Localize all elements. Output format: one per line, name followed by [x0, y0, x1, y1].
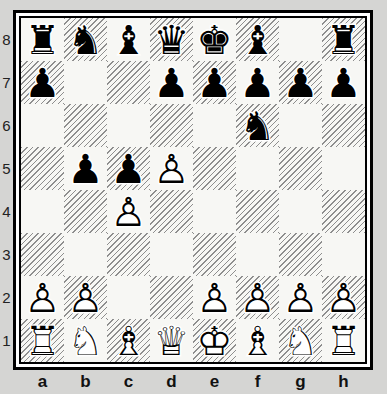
white-pawn: ♙ — [107, 190, 150, 233]
square-d3[interactable] — [150, 233, 193, 276]
white-rook-halo: ♜ — [21, 319, 64, 362]
square-c3[interactable] — [107, 233, 150, 276]
square-g5[interactable] — [279, 147, 322, 190]
square-g7[interactable]: ♟♟ — [279, 61, 322, 104]
square-c5[interactable]: ♟♟ — [107, 147, 150, 190]
square-g2[interactable]: ♟♙ — [279, 276, 322, 319]
white-knight-halo: ♞ — [64, 319, 107, 362]
rank-label-1: 1 — [0, 319, 13, 362]
white-pawn-halo: ♟ — [322, 276, 365, 319]
square-h4[interactable] — [322, 190, 365, 233]
square-c7[interactable] — [107, 61, 150, 104]
square-g4[interactable] — [279, 190, 322, 233]
rank-label-2: 2 — [0, 276, 13, 319]
white-pawn-halo: ♟ — [279, 276, 322, 319]
square-b3[interactable] — [64, 233, 107, 276]
file-label-b: b — [64, 372, 107, 392]
square-d2[interactable] — [150, 276, 193, 319]
square-d8[interactable]: ♛♛ — [150, 18, 193, 61]
square-e2[interactable]: ♟♙ — [193, 276, 236, 319]
square-f7[interactable]: ♟♟ — [236, 61, 279, 104]
square-h8[interactable]: ♜♜ — [322, 18, 365, 61]
black-pawn-halo: ♟ — [21, 61, 64, 104]
rank-label-5: 5 — [0, 147, 13, 190]
white-rook-halo: ♜ — [322, 319, 365, 362]
file-labels: a b c d e f g h — [21, 372, 365, 392]
black-queen: ♛ — [150, 18, 193, 61]
file-label-a: a — [21, 372, 64, 392]
white-queen: ♕ — [150, 319, 193, 362]
black-pawn-halo: ♟ — [322, 61, 365, 104]
square-e1[interactable]: ♚♔ — [193, 319, 236, 362]
white-pawn: ♙ — [279, 276, 322, 319]
black-pawn: ♟ — [21, 61, 64, 104]
black-pawn: ♟ — [279, 61, 322, 104]
black-rook: ♜ — [21, 18, 64, 61]
file-label-e: e — [193, 372, 236, 392]
white-pawn-halo: ♟ — [107, 190, 150, 233]
square-h2[interactable]: ♟♙ — [322, 276, 365, 319]
square-a8[interactable]: ♜♜ — [21, 18, 64, 61]
white-bishop-halo: ♝ — [107, 319, 150, 362]
rank-label-8: 8 — [0, 18, 13, 61]
square-c4[interactable]: ♟♙ — [107, 190, 150, 233]
white-king-halo: ♚ — [193, 319, 236, 362]
square-a6[interactable] — [21, 104, 64, 147]
white-knight: ♘ — [279, 319, 322, 362]
white-bishop: ♗ — [236, 319, 279, 362]
file-label-d: d — [150, 372, 193, 392]
white-pawn: ♙ — [193, 276, 236, 319]
black-bishop: ♝ — [107, 18, 150, 61]
white-queen-halo: ♛ — [150, 319, 193, 362]
square-d5[interactable]: ♟♙ — [150, 147, 193, 190]
black-pawn: ♟ — [107, 147, 150, 190]
black-pawn-halo: ♟ — [193, 61, 236, 104]
black-pawn-halo: ♟ — [150, 61, 193, 104]
square-c8[interactable]: ♝♝ — [107, 18, 150, 61]
black-knight-halo: ♞ — [64, 18, 107, 61]
square-f8[interactable]: ♝♝ — [236, 18, 279, 61]
square-f6[interactable]: ♞♞ — [236, 104, 279, 147]
board-frame: ♜♜♞♞♝♝♛♛♚♚♝♝♜♜♟♟♟♟♟♟♟♟♟♟♟♟♞♞♟♟♟♟♟♙♟♙♟♙♟♙… — [13, 10, 373, 370]
white-pawn-halo: ♟ — [64, 276, 107, 319]
black-pawn: ♟ — [64, 147, 107, 190]
square-e8[interactable]: ♚♚ — [193, 18, 236, 61]
square-d6[interactable] — [150, 104, 193, 147]
square-d4[interactable] — [150, 190, 193, 233]
square-f2[interactable]: ♟♙ — [236, 276, 279, 319]
black-king-halo: ♚ — [193, 18, 236, 61]
square-e5[interactable] — [193, 147, 236, 190]
white-rook: ♖ — [322, 319, 365, 362]
square-g1[interactable]: ♞♘ — [279, 319, 322, 362]
square-e6[interactable] — [193, 104, 236, 147]
square-h5[interactable] — [322, 147, 365, 190]
file-label-g: g — [279, 372, 322, 392]
black-rook: ♜ — [322, 18, 365, 61]
black-bishop-halo: ♝ — [236, 18, 279, 61]
black-queen-halo: ♛ — [150, 18, 193, 61]
black-knight: ♞ — [236, 104, 279, 147]
white-pawn: ♙ — [64, 276, 107, 319]
white-knight-halo: ♞ — [279, 319, 322, 362]
square-b2[interactable]: ♟♙ — [64, 276, 107, 319]
black-rook-halo: ♜ — [322, 18, 365, 61]
square-d1[interactable]: ♛♕ — [150, 319, 193, 362]
black-pawn-halo: ♟ — [107, 147, 150, 190]
white-rook: ♖ — [21, 319, 64, 362]
square-c6[interactable] — [107, 104, 150, 147]
white-pawn: ♙ — [21, 276, 64, 319]
black-pawn: ♟ — [236, 61, 279, 104]
black-bishop-halo: ♝ — [107, 18, 150, 61]
white-bishop-halo: ♝ — [236, 319, 279, 362]
square-c2[interactable] — [107, 276, 150, 319]
rank-labels: 8 7 6 5 4 3 2 1 — [0, 18, 13, 362]
square-h7[interactable]: ♟♟ — [322, 61, 365, 104]
black-bishop: ♝ — [236, 18, 279, 61]
file-label-h: h — [322, 372, 365, 392]
square-e7[interactable]: ♟♟ — [193, 61, 236, 104]
black-knight: ♞ — [64, 18, 107, 61]
square-g6[interactable] — [279, 104, 322, 147]
chess-board[interactable]: ♜♜♞♞♝♝♛♛♚♚♝♝♜♜♟♟♟♟♟♟♟♟♟♟♟♟♞♞♟♟♟♟♟♙♟♙♟♙♟♙… — [19, 16, 367, 364]
square-f4[interactable] — [236, 190, 279, 233]
white-pawn: ♙ — [236, 276, 279, 319]
white-knight: ♘ — [64, 319, 107, 362]
square-e3[interactable] — [193, 233, 236, 276]
square-a2[interactable]: ♟♙ — [21, 276, 64, 319]
square-b7[interactable] — [64, 61, 107, 104]
black-knight-halo: ♞ — [236, 104, 279, 147]
white-pawn: ♙ — [322, 276, 365, 319]
square-b4[interactable] — [64, 190, 107, 233]
black-pawn-halo: ♟ — [279, 61, 322, 104]
white-bishop: ♗ — [107, 319, 150, 362]
black-pawn: ♟ — [322, 61, 365, 104]
square-h6[interactable] — [322, 104, 365, 147]
black-pawn-halo: ♟ — [236, 61, 279, 104]
square-f3[interactable] — [236, 233, 279, 276]
chess-diagram: 8 7 6 5 4 3 2 1 ♜♜♞♞♝♝♛♛♚♚♝♝♜♜♟♟♟♟♟♟♟♟♟♟… — [0, 0, 387, 394]
rank-label-3: 3 — [0, 233, 13, 276]
square-f1[interactable]: ♝♗ — [236, 319, 279, 362]
square-h3[interactable] — [322, 233, 365, 276]
rank-label-7: 7 — [0, 61, 13, 104]
white-king: ♔ — [193, 319, 236, 362]
black-pawn: ♟ — [193, 61, 236, 104]
square-c1[interactable]: ♝♗ — [107, 319, 150, 362]
square-h1[interactable]: ♜♖ — [322, 319, 365, 362]
white-pawn-halo: ♟ — [236, 276, 279, 319]
black-king: ♚ — [193, 18, 236, 61]
square-a3[interactable] — [21, 233, 64, 276]
square-a7[interactable]: ♟♟ — [21, 61, 64, 104]
square-a1[interactable]: ♜♖ — [21, 319, 64, 362]
square-b6[interactable] — [64, 104, 107, 147]
square-f5[interactable] — [236, 147, 279, 190]
square-g8[interactable] — [279, 18, 322, 61]
square-g3[interactable] — [279, 233, 322, 276]
black-pawn-halo: ♟ — [64, 147, 107, 190]
black-rook-halo: ♜ — [21, 18, 64, 61]
square-e4[interactable] — [193, 190, 236, 233]
square-d7[interactable]: ♟♟ — [150, 61, 193, 104]
rank-label-4: 4 — [0, 190, 13, 233]
file-label-f: f — [236, 372, 279, 392]
white-pawn-halo: ♟ — [193, 276, 236, 319]
square-a4[interactable] — [21, 190, 64, 233]
black-pawn: ♟ — [150, 61, 193, 104]
square-b1[interactable]: ♞♘ — [64, 319, 107, 362]
white-pawn: ♙ — [150, 147, 193, 190]
file-label-c: c — [107, 372, 150, 392]
square-b5[interactable]: ♟♟ — [64, 147, 107, 190]
square-a5[interactable] — [21, 147, 64, 190]
square-b8[interactable]: ♞♞ — [64, 18, 107, 61]
white-pawn-halo: ♟ — [150, 147, 193, 190]
rank-label-6: 6 — [0, 104, 13, 147]
white-pawn-halo: ♟ — [21, 276, 64, 319]
